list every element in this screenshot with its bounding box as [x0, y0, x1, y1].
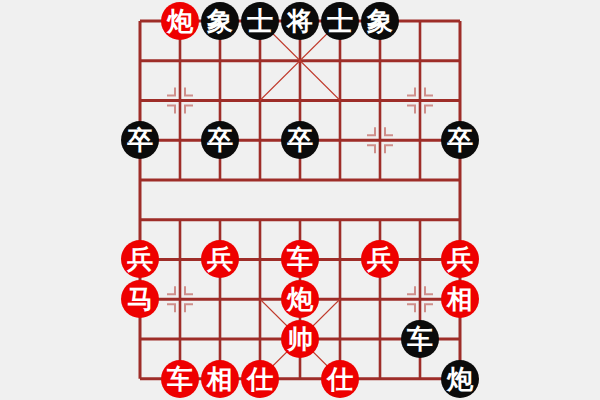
piece-glyph: 车 — [401, 320, 439, 358]
xiangqi-app: 炮象士将士象卒卒卒卒兵兵车兵兵马炮相帅车车相仕仕炮 — [0, 0, 600, 400]
piece-glyph: 车 — [281, 240, 319, 278]
piece-red-general[interactable]: 帅 — [280, 319, 320, 359]
piece-red-pawn[interactable]: 兵 — [120, 240, 160, 280]
piece-black-advisor[interactable]: 士 — [240, 1, 280, 41]
piece-red-cannon[interactable]: 炮 — [280, 279, 320, 319]
piece-glyph: 相 — [201, 360, 239, 398]
xiangqi-board[interactable]: 炮象士将士象卒卒卒卒兵兵车兵兵马炮相帅车车相仕仕炮 — [120, 1, 480, 399]
piece-red-chariot[interactable]: 车 — [160, 359, 200, 399]
piece-red-elephant[interactable]: 相 — [200, 359, 240, 399]
piece-black-pawn[interactable]: 卒 — [280, 120, 320, 160]
piece-black-pawn[interactable]: 卒 — [200, 120, 240, 160]
piece-red-pawn[interactable]: 兵 — [440, 240, 480, 280]
piece-black-cannon[interactable]: 炮 — [440, 359, 480, 399]
piece-black-elephant[interactable]: 象 — [360, 1, 400, 41]
piece-red-advisor[interactable]: 仕 — [320, 359, 360, 399]
piece-black-chariot[interactable]: 车 — [400, 319, 440, 359]
piece-glyph: 炮 — [441, 360, 479, 398]
piece-glyph: 卒 — [281, 121, 319, 159]
piece-glyph: 兵 — [121, 240, 159, 278]
piece-black-pawn[interactable]: 卒 — [440, 120, 480, 160]
piece-glyph: 士 — [241, 2, 279, 40]
piece-black-elephant[interactable]: 象 — [200, 1, 240, 41]
piece-glyph: 兵 — [201, 240, 239, 278]
piece-red-horse[interactable]: 马 — [120, 279, 160, 319]
piece-glyph: 象 — [361, 2, 399, 40]
piece-glyph: 兵 — [441, 240, 479, 278]
piece-glyph: 卒 — [121, 121, 159, 159]
piece-glyph: 仕 — [241, 360, 279, 398]
piece-red-pawn[interactable]: 兵 — [360, 240, 400, 280]
piece-glyph: 卒 — [441, 121, 479, 159]
piece-glyph: 炮 — [281, 280, 319, 318]
piece-black-advisor[interactable]: 士 — [320, 1, 360, 41]
piece-glyph: 车 — [161, 360, 199, 398]
piece-glyph: 士 — [321, 2, 359, 40]
piece-black-pawn[interactable]: 卒 — [120, 120, 160, 160]
piece-glyph: 将 — [281, 2, 319, 40]
piece-black-general[interactable]: 将 — [280, 1, 320, 41]
piece-glyph: 炮 — [161, 2, 199, 40]
piece-glyph: 卒 — [201, 121, 239, 159]
piece-glyph: 相 — [441, 280, 479, 318]
piece-red-cannon[interactable]: 炮 — [160, 1, 200, 41]
piece-red-elephant[interactable]: 相 — [440, 279, 480, 319]
piece-glyph: 帅 — [281, 320, 319, 358]
piece-glyph: 仕 — [321, 360, 359, 398]
piece-glyph: 象 — [201, 2, 239, 40]
piece-glyph: 兵 — [361, 240, 399, 278]
piece-red-advisor[interactable]: 仕 — [240, 359, 280, 399]
piece-red-pawn[interactable]: 兵 — [200, 240, 240, 280]
piece-glyph: 马 — [121, 280, 159, 318]
piece-red-chariot[interactable]: 车 — [280, 240, 320, 280]
